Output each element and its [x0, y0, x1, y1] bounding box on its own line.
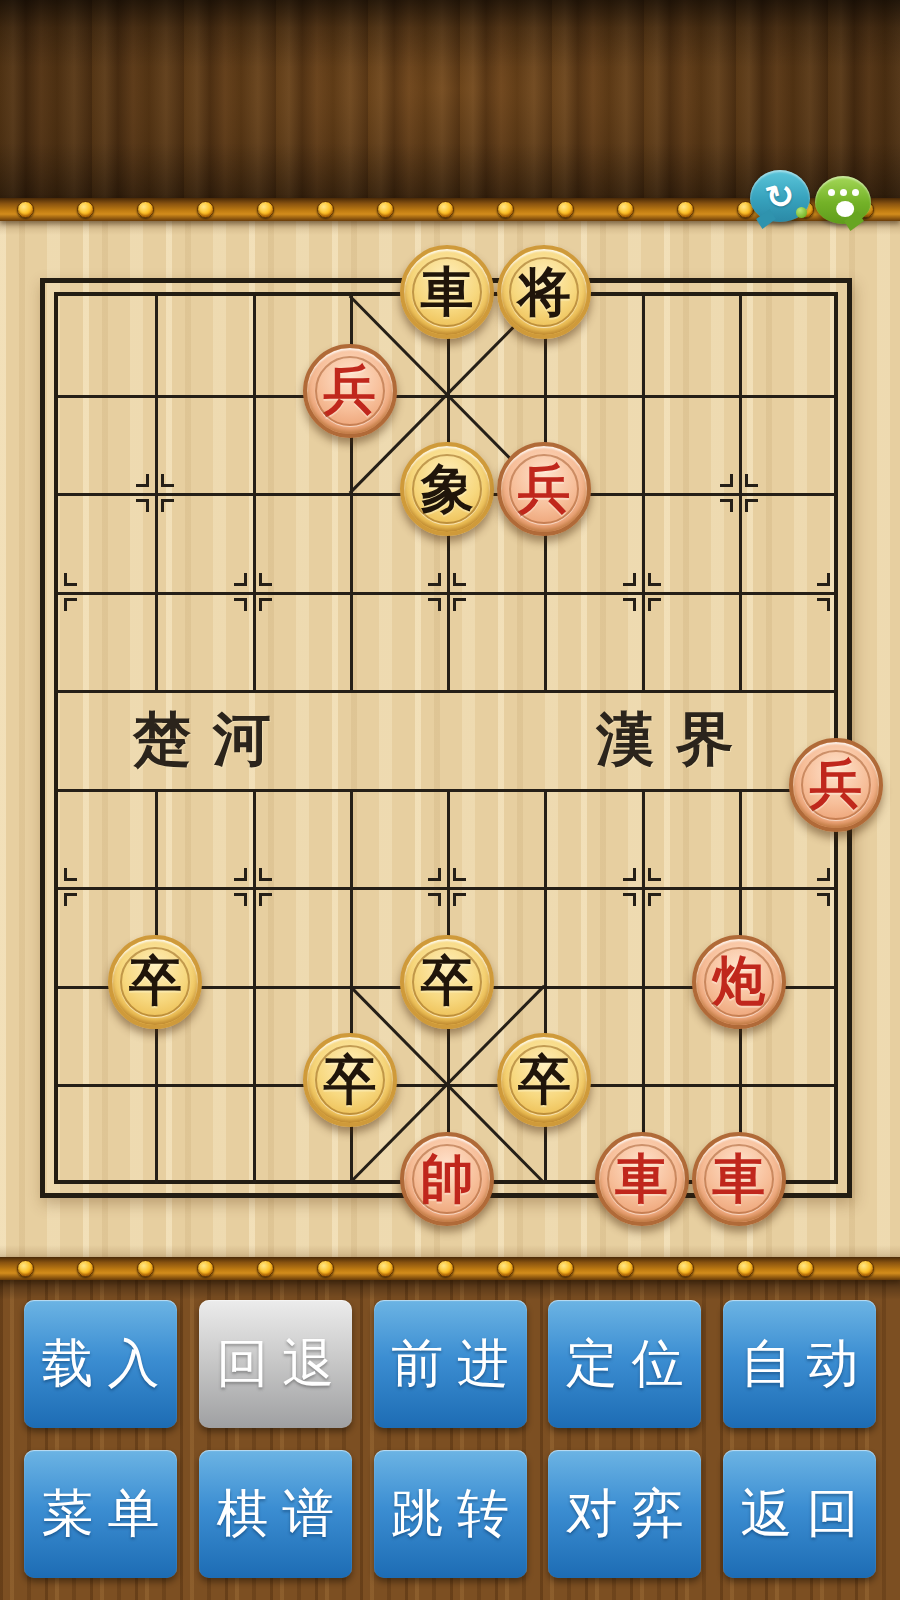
gold-stud: [617, 1260, 634, 1277]
chat-dots-icon: [815, 189, 871, 196]
point-marker: [817, 868, 830, 881]
auto-button[interactable]: 自动: [723, 1300, 876, 1428]
point-marker: [623, 868, 636, 881]
point-marker: [64, 893, 77, 906]
xiangqi-board[interactable]: 楚河 漢界 車将兵象兵兵卒卒炮卒卒帥車車: [40, 278, 852, 1198]
piece-red-chariot[interactable]: 車: [692, 1132, 786, 1226]
gold-stud: [737, 1260, 754, 1277]
button-label: 菜单: [42, 1479, 174, 1549]
gold-stud: [377, 201, 394, 218]
gold-stud: [437, 201, 454, 218]
gold-stud: [857, 1260, 874, 1277]
gold-stud: [137, 1260, 154, 1277]
piece-black-soldier[interactable]: 卒: [108, 935, 202, 1029]
gold-stud: [797, 1260, 814, 1277]
piece-glyph: 兵: [323, 364, 376, 417]
point-marker: [428, 598, 441, 611]
gold-stud: [317, 1260, 334, 1277]
gold-stud: [257, 201, 274, 218]
palace-diagonals: [58, 296, 836, 1183]
gold-stud: [17, 201, 34, 218]
gold-stud: [437, 1260, 454, 1277]
point-marker: [648, 573, 661, 586]
piece-glyph: 車: [615, 1153, 668, 1206]
piece-glyph: 卒: [421, 955, 474, 1008]
menu-button[interactable]: 菜单: [24, 1450, 177, 1578]
gold-stud: [257, 1260, 274, 1277]
piece-red-soldier[interactable]: 兵: [497, 442, 591, 536]
chat-blob-icon: [836, 201, 854, 217]
button-label: 前进: [391, 1329, 523, 1399]
point-marker: [453, 868, 466, 881]
point-marker: [623, 598, 636, 611]
gold-stud: [197, 1260, 214, 1277]
point-marker: [161, 474, 174, 487]
piece-glyph: 帥: [421, 1153, 474, 1206]
point-marker: [623, 573, 636, 586]
point-marker: [428, 868, 441, 881]
board-grid: 楚河 漢界 車将兵象兵兵卒卒炮卒卒帥車車: [58, 296, 836, 1183]
piece-glyph: 車: [712, 1153, 765, 1206]
xiangqi-app-screen: ↻ 楚河 漢界 車将兵象兵兵卒卒炮卒卒帥車車 载入回退前进定位自动 菜单棋谱跳转…: [0, 0, 900, 1600]
piece-black-chariot[interactable]: 車: [400, 245, 494, 339]
piece-glyph: 卒: [518, 1054, 571, 1107]
gold-stud: [677, 1260, 694, 1277]
gold-stud: [17, 1260, 34, 1277]
point-marker: [259, 868, 272, 881]
point-marker: [453, 598, 466, 611]
point-marker: [428, 893, 441, 906]
top-wood-background: [0, 0, 900, 198]
board-inner-frame: 楚河 漢界 車将兵象兵兵卒卒炮卒卒帥車車: [54, 292, 838, 1184]
locate-button[interactable]: 定位: [548, 1300, 701, 1428]
gold-stud: [677, 201, 694, 218]
point-marker: [745, 474, 758, 487]
piece-black-soldier[interactable]: 卒: [497, 1034, 591, 1128]
point-marker: [161, 499, 174, 512]
piece-red-soldier[interactable]: 兵: [303, 344, 397, 438]
point-marker: [259, 893, 272, 906]
point-marker: [136, 474, 149, 487]
piece-red-cannon[interactable]: 炮: [692, 935, 786, 1029]
button-label: 跳转: [391, 1479, 523, 1549]
button-label: 返回: [741, 1479, 873, 1549]
gold-stud: [497, 201, 514, 218]
point-marker: [234, 598, 247, 611]
point-marker: [259, 573, 272, 586]
gold-stud: [317, 201, 334, 218]
point-marker: [720, 499, 733, 512]
piece-black-elephant[interactable]: 象: [400, 442, 494, 536]
gold-stud: [557, 1260, 574, 1277]
piece-red-general[interactable]: 帥: [400, 1132, 494, 1226]
piece-glyph: 炮: [712, 955, 765, 1008]
gold-stud: [377, 1260, 394, 1277]
point-marker: [453, 573, 466, 586]
kifu-button[interactable]: 棋谱: [199, 1450, 352, 1578]
point-marker: [817, 893, 830, 906]
play-button[interactable]: 对弈: [548, 1450, 701, 1578]
piece-red-chariot[interactable]: 車: [595, 1132, 689, 1226]
gold-stud: [137, 201, 154, 218]
point-marker: [234, 573, 247, 586]
point-marker: [64, 573, 77, 586]
piece-glyph: 将: [518, 266, 571, 319]
point-marker: [428, 573, 441, 586]
point-marker: [234, 893, 247, 906]
load-button[interactable]: 载入: [24, 1300, 177, 1428]
gold-stud: [77, 1260, 94, 1277]
point-marker: [453, 893, 466, 906]
piece-glyph: 象: [421, 463, 474, 516]
point-marker: [648, 598, 661, 611]
button-label: 定位: [566, 1329, 698, 1399]
undo-button[interactable]: 回退: [199, 1300, 352, 1428]
point-marker: [745, 499, 758, 512]
jump-button[interactable]: 跳转: [374, 1450, 527, 1578]
button-label: 回退: [216, 1329, 348, 1399]
gold-stud: [497, 1260, 514, 1277]
button-label: 对弈: [566, 1479, 698, 1549]
point-marker: [64, 868, 77, 881]
toolbar-row-1: 载入回退前进定位自动: [0, 1300, 900, 1428]
point-marker: [720, 474, 733, 487]
point-marker: [817, 598, 830, 611]
piece-glyph: 車: [421, 266, 474, 319]
point-marker: [817, 573, 830, 586]
stud-rail-bottom: [0, 1257, 900, 1280]
point-marker: [136, 499, 149, 512]
button-label: 载入: [42, 1329, 174, 1399]
point-marker: [623, 893, 636, 906]
gold-stud: [557, 201, 574, 218]
toolbar-row-2: 菜单棋谱跳转对弈返回: [0, 1450, 900, 1578]
piece-glyph: 兵: [518, 463, 571, 516]
back-button[interactable]: 返回: [723, 1450, 876, 1578]
piece-black-soldier[interactable]: 卒: [400, 935, 494, 1029]
forward-button[interactable]: 前进: [374, 1300, 527, 1428]
status-dot: [796, 207, 807, 218]
button-label: 棋谱: [216, 1479, 348, 1549]
piece-glyph: 卒: [129, 955, 182, 1008]
piece-black-soldier[interactable]: 卒: [303, 1034, 397, 1128]
undo-bubble-icon[interactable]: ↻: [750, 170, 810, 222]
point-marker: [234, 868, 247, 881]
point-marker: [648, 893, 661, 906]
button-label: 自动: [741, 1329, 873, 1399]
point-marker: [259, 598, 272, 611]
chat-bubble-icon[interactable]: [815, 176, 871, 224]
piece-black-general[interactable]: 将: [497, 245, 591, 339]
point-marker: [64, 598, 77, 611]
gold-stud: [77, 201, 94, 218]
piece-glyph: 兵: [810, 758, 863, 811]
piece-glyph: 卒: [323, 1054, 376, 1107]
gold-stud: [197, 201, 214, 218]
gold-stud: [617, 201, 634, 218]
point-marker: [648, 868, 661, 881]
piece-red-soldier[interactable]: 兵: [789, 738, 883, 832]
